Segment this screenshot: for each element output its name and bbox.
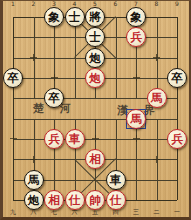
piece-black-cannon[interactable]: 炮 xyxy=(24,190,44,210)
piece-black-advisor[interactable]: 士 xyxy=(65,7,85,27)
piece-black-soldier[interactable]: 卒 xyxy=(167,68,187,88)
piece-black-general[interactable]: 將 xyxy=(85,7,105,27)
piece-black-elephant[interactable]: 象 xyxy=(126,7,146,27)
piece-red-soldier[interactable]: 兵 xyxy=(44,129,64,149)
piece-red-soldier[interactable]: 兵 xyxy=(167,129,187,149)
piece-black-soldier[interactable]: 卒 xyxy=(3,68,23,88)
piece-red-cannon[interactable]: 炮 xyxy=(85,68,105,88)
piece-red-horse[interactable]: 馬 xyxy=(147,88,167,108)
piece-black-elephant[interactable]: 象 xyxy=(44,7,64,27)
piece-black-chariot[interactable]: 車 xyxy=(106,170,126,190)
piece-red-advisor[interactable]: 仕 xyxy=(65,190,85,210)
piece-black-cannon[interactable]: 炮 xyxy=(85,48,105,68)
xiangqi-board: 楚 河 漢 界 123456789 九八七六五四三二一 象士將象士兵炮卒炮卒卒馬… xyxy=(0,0,191,220)
piece-black-soldier[interactable]: 卒 xyxy=(44,88,64,108)
piece-black-horse[interactable]: 馬 xyxy=(24,170,44,190)
piece-red-general[interactable]: 帥 xyxy=(85,190,105,210)
piece-red-horse[interactable]: 馬 xyxy=(126,109,146,129)
piece-red-chariot[interactable]: 車 xyxy=(65,129,85,149)
piece-red-elephant[interactable]: 相 xyxy=(44,190,64,210)
piece-red-soldier[interactable]: 兵 xyxy=(126,27,146,47)
piece-black-advisor[interactable]: 士 xyxy=(85,27,105,47)
piece-red-elephant[interactable]: 相 xyxy=(85,149,105,169)
piece-red-advisor[interactable]: 仕 xyxy=(106,190,126,210)
pieces-layer: 象士將象士兵炮卒炮卒卒馬馬兵車兵相馬車炮相仕帥仕 xyxy=(3,7,188,210)
